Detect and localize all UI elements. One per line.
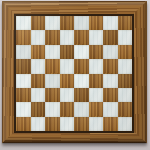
square-b6 — [31, 45, 46, 59]
square-h4 — [118, 74, 133, 88]
square-b1 — [31, 117, 46, 131]
square-g6 — [103, 45, 118, 59]
square-d4 — [60, 74, 75, 88]
square-b3 — [31, 88, 46, 102]
square-e7 — [74, 30, 89, 44]
square-a4 — [16, 74, 31, 88]
square-a7 — [16, 30, 31, 44]
square-a5 — [16, 59, 31, 73]
square-c1 — [45, 117, 60, 131]
square-g8 — [103, 16, 118, 30]
square-d8 — [60, 16, 75, 30]
square-f3 — [89, 88, 104, 102]
square-d3 — [60, 88, 75, 102]
square-f5 — [89, 59, 104, 73]
square-d1 — [60, 117, 75, 131]
square-g7 — [103, 30, 118, 44]
square-g2 — [103, 102, 118, 116]
square-c7 — [45, 30, 60, 44]
square-a2 — [16, 102, 31, 116]
square-b2 — [31, 102, 46, 116]
square-g1 — [103, 117, 118, 131]
square-h6 — [118, 45, 133, 59]
square-c6 — [45, 45, 60, 59]
frame-rail-top — [2, 1, 147, 15]
square-e2 — [74, 102, 89, 116]
square-h5 — [118, 59, 133, 73]
square-h3 — [118, 88, 133, 102]
square-d2 — [60, 102, 75, 116]
square-g3 — [103, 88, 118, 102]
frame-rail-right — [133, 1, 147, 143]
square-d5 — [60, 59, 75, 73]
square-e5 — [74, 59, 89, 73]
board-grid — [16, 16, 132, 131]
photo-background — [0, 0, 150, 150]
square-h1 — [118, 117, 133, 131]
square-e4 — [74, 74, 89, 88]
board-inner-border — [14, 14, 134, 133]
chess-board — [2, 1, 147, 143]
square-e3 — [74, 88, 89, 102]
square-f7 — [89, 30, 104, 44]
square-f2 — [89, 102, 104, 116]
square-g5 — [103, 59, 118, 73]
square-f1 — [89, 117, 104, 131]
square-a3 — [16, 88, 31, 102]
square-d6 — [60, 45, 75, 59]
square-f8 — [89, 16, 104, 30]
square-e1 — [74, 117, 89, 131]
square-f4 — [89, 74, 104, 88]
square-c5 — [45, 59, 60, 73]
square-b5 — [31, 59, 46, 73]
square-d7 — [60, 30, 75, 44]
square-f6 — [89, 45, 104, 59]
square-a6 — [16, 45, 31, 59]
square-c3 — [45, 88, 60, 102]
square-g4 — [103, 74, 118, 88]
square-a8 — [16, 16, 31, 30]
square-h2 — [118, 102, 133, 116]
square-c8 — [45, 16, 60, 30]
square-a1 — [16, 117, 31, 131]
square-h7 — [118, 30, 133, 44]
square-e8 — [74, 16, 89, 30]
square-c4 — [45, 74, 60, 88]
square-b4 — [31, 74, 46, 88]
square-b8 — [31, 16, 46, 30]
square-c2 — [45, 102, 60, 116]
square-e6 — [74, 45, 89, 59]
square-h8 — [118, 16, 133, 30]
square-b7 — [31, 30, 46, 44]
